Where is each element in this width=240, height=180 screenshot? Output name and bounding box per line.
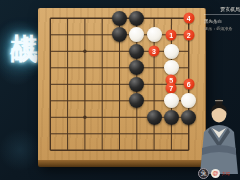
board-cell[interactable]	[128, 76, 145, 93]
board-cell[interactable]	[42, 76, 59, 93]
board-cell[interactable]	[163, 126, 180, 143]
board-cell[interactable]	[145, 126, 162, 143]
black-stone	[129, 77, 144, 92]
board-cell[interactable]	[59, 109, 76, 126]
board-cell[interactable]	[128, 43, 145, 60]
board-cell[interactable]: 57	[163, 76, 180, 93]
puzzle-hint: 提示：必须净杀	[204, 26, 232, 32]
move-marker-6: 6	[183, 79, 194, 90]
board-cell[interactable]	[76, 76, 93, 93]
board-cell[interactable]	[145, 93, 162, 110]
move-marker-2: 2	[183, 29, 194, 40]
board-cell[interactable]	[59, 60, 76, 77]
go-game-screen: 棋战 4123576 贾玄棋局 黑先杀白 提示：必须净杀 兔 @ 大福	[0, 0, 240, 180]
board-cell[interactable]	[76, 43, 93, 60]
board-cell[interactable]	[111, 10, 128, 27]
board-cell[interactable]	[42, 93, 59, 110]
board-cell[interactable]	[93, 126, 110, 143]
white-stone	[164, 93, 179, 108]
board-cell[interactable]	[180, 43, 197, 60]
board-cell[interactable]	[93, 142, 110, 159]
black-stone	[129, 93, 144, 108]
board-cell[interactable]	[128, 27, 145, 44]
watermark-icon-1: 兔	[198, 168, 209, 179]
board-cell[interactable]	[111, 126, 128, 143]
black-stone	[147, 110, 162, 125]
move-marker-1: 1	[166, 29, 177, 40]
board-cell[interactable]	[42, 109, 59, 126]
board-cell[interactable]	[145, 142, 162, 159]
puzzle-task: 黑先杀白	[204, 18, 222, 25]
board-cell[interactable]	[59, 126, 76, 143]
board-cell[interactable]: 4	[180, 10, 197, 27]
board-front-edge	[38, 160, 205, 167]
white-stone	[164, 44, 179, 59]
board-cell[interactable]	[42, 126, 59, 143]
board-cell[interactable]	[93, 43, 110, 60]
black-stone	[112, 27, 127, 42]
board-cell[interactable]	[111, 142, 128, 159]
board-cell[interactable]	[128, 109, 145, 126]
panel-divider	[204, 14, 240, 15]
board-cell[interactable]	[163, 93, 180, 110]
board-cell[interactable]	[42, 60, 59, 77]
board-cell[interactable]	[111, 93, 128, 110]
watermark-text: 大福	[222, 171, 230, 177]
board-cell[interactable]	[163, 43, 180, 60]
board-cell[interactable]	[93, 93, 110, 110]
board-cell[interactable]	[163, 60, 180, 77]
board-cell[interactable]	[111, 60, 128, 77]
board-cell[interactable]	[42, 43, 59, 60]
board-cell[interactable]	[42, 142, 59, 159]
white-stone	[129, 27, 144, 42]
board-cell[interactable]	[76, 27, 93, 44]
board-cell[interactable]	[76, 60, 93, 77]
board-surface: 4123576	[38, 8, 206, 160]
go-board: 4123576	[38, 8, 205, 167]
board-cell[interactable]	[42, 27, 59, 44]
watermark: 兔 @ 大福	[198, 168, 238, 179]
board-cell[interactable]: 1	[163, 27, 180, 44]
board-cell[interactable]	[59, 27, 76, 44]
board-cell[interactable]	[145, 60, 162, 77]
board-cell[interactable]	[163, 142, 180, 159]
npc-character	[196, 98, 240, 174]
board-cell[interactable]	[128, 10, 145, 27]
info-panel: 贾玄棋局 黑先杀白 提示：必须净杀	[203, 0, 240, 60]
board-cell[interactable]	[76, 93, 93, 110]
board-cell[interactable]	[111, 76, 128, 93]
white-stone	[147, 27, 162, 42]
board-cell[interactable]	[76, 142, 93, 159]
board-cell[interactable]	[145, 76, 162, 93]
board-cell[interactable]	[76, 10, 93, 27]
board-cell[interactable]	[111, 43, 128, 60]
board-cell[interactable]	[59, 93, 76, 110]
board-cell[interactable]: 2	[180, 27, 197, 44]
board-cell[interactable]	[145, 109, 162, 126]
board-cell[interactable]	[163, 109, 180, 126]
board-cell[interactable]	[111, 109, 128, 126]
black-stone	[112, 11, 127, 26]
board-cells: 4123576	[42, 10, 198, 159]
board-cell[interactable]: 3	[145, 43, 162, 60]
board-cell[interactable]	[180, 109, 197, 126]
board-cell[interactable]	[128, 142, 145, 159]
board-cell[interactable]	[93, 76, 110, 93]
move-marker-3: 3	[149, 46, 160, 57]
board-cell[interactable]	[59, 142, 76, 159]
calligraphy-logo: 棋战	[2, 12, 38, 16]
board-cell[interactable]	[145, 10, 162, 27]
white-stone	[181, 93, 196, 108]
board-cell[interactable]	[59, 10, 76, 27]
board-cell[interactable]	[163, 10, 180, 27]
board-cell[interactable]	[42, 10, 59, 27]
board-cell[interactable]	[128, 60, 145, 77]
board-cell[interactable]	[128, 126, 145, 143]
board-cell[interactable]	[128, 93, 145, 110]
white-stone	[164, 60, 179, 75]
watermark-icon-2: @	[211, 169, 220, 178]
black-stone	[129, 44, 144, 59]
board-cell[interactable]	[180, 126, 197, 143]
board-cell[interactable]	[93, 60, 110, 77]
board-cell[interactable]	[59, 43, 76, 60]
black-stone	[181, 110, 196, 125]
board-cell[interactable]: 6	[180, 76, 197, 93]
board-cell[interactable]	[180, 60, 197, 77]
board-cell[interactable]	[111, 27, 128, 44]
board-cell[interactable]	[93, 109, 110, 126]
board-cell[interactable]	[180, 93, 197, 110]
black-stone	[129, 11, 144, 26]
puzzle-title: 贾玄棋局	[220, 6, 240, 13]
board-cell[interactable]	[180, 142, 197, 159]
board-cell[interactable]	[76, 126, 93, 143]
board-cell[interactable]	[145, 27, 162, 44]
black-stone	[164, 110, 179, 125]
move-marker-4: 4	[183, 13, 194, 24]
board-cell[interactable]	[76, 109, 93, 126]
board-cell[interactable]	[93, 10, 110, 27]
black-stone	[129, 60, 144, 75]
board-cell[interactable]	[59, 76, 76, 93]
board-cell[interactable]	[93, 27, 110, 44]
